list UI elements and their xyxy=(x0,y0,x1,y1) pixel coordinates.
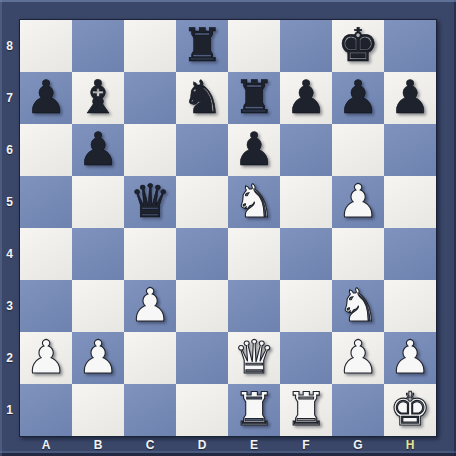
chess-board: ♜♚♟♝♞♜♟♟♟♟♟♛♞♟♟♞♟♟♛♟♟♜♜♚ xyxy=(19,19,437,437)
square-f4[interactable] xyxy=(280,228,332,280)
piece-white-pawn[interactable]: ♟ xyxy=(20,332,72,384)
square-g3[interactable]: ♞ xyxy=(332,280,384,332)
rank-label-7: 7 xyxy=(0,72,19,124)
square-e4[interactable] xyxy=(228,228,280,280)
square-d8[interactable]: ♜ xyxy=(176,20,228,72)
square-d4[interactable] xyxy=(176,228,228,280)
square-h3[interactable] xyxy=(384,280,436,332)
square-e6[interactable]: ♟ xyxy=(228,124,280,176)
square-d2[interactable] xyxy=(176,332,228,384)
square-d3[interactable] xyxy=(176,280,228,332)
square-a7[interactable]: ♟ xyxy=(20,72,72,124)
file-label-a: A xyxy=(20,437,72,456)
square-a8[interactable] xyxy=(20,20,72,72)
square-c8[interactable] xyxy=(124,20,176,72)
square-h6[interactable] xyxy=(384,124,436,176)
rank-label-4: 4 xyxy=(0,228,19,280)
square-h1[interactable]: ♚ xyxy=(384,384,436,436)
square-b2[interactable]: ♟ xyxy=(72,332,124,384)
square-f7[interactable]: ♟ xyxy=(280,72,332,124)
square-c3[interactable]: ♟ xyxy=(124,280,176,332)
square-h5[interactable] xyxy=(384,176,436,228)
square-f8[interactable] xyxy=(280,20,332,72)
piece-white-pawn[interactable]: ♟ xyxy=(332,176,384,228)
square-c1[interactable] xyxy=(124,384,176,436)
file-label-d: D xyxy=(176,437,228,456)
square-a6[interactable] xyxy=(20,124,72,176)
piece-black-queen[interactable]: ♛ xyxy=(124,176,176,228)
file-label-f: F xyxy=(280,437,332,456)
square-c6[interactable] xyxy=(124,124,176,176)
square-e1[interactable]: ♜ xyxy=(228,384,280,436)
square-h7[interactable]: ♟ xyxy=(384,72,436,124)
piece-white-pawn[interactable]: ♟ xyxy=(384,332,436,384)
file-label-g: G xyxy=(332,437,384,456)
square-f6[interactable] xyxy=(280,124,332,176)
piece-black-knight[interactable]: ♞ xyxy=(176,72,228,124)
rank-label-2: 2 xyxy=(0,332,19,384)
piece-black-rook[interactable]: ♜ xyxy=(228,72,280,124)
file-label-c: C xyxy=(124,437,176,456)
rank-label-5: 5 xyxy=(0,176,19,228)
square-c5[interactable]: ♛ xyxy=(124,176,176,228)
square-h4[interactable] xyxy=(384,228,436,280)
square-a4[interactable] xyxy=(20,228,72,280)
chess-board-frame: ♜♚♟♝♞♜♟♟♟♟♟♛♞♟♟♞♟♟♛♟♟♜♜♚ 87654321ABCDEFG… xyxy=(0,0,456,456)
square-a3[interactable] xyxy=(20,280,72,332)
square-g2[interactable]: ♟ xyxy=(332,332,384,384)
square-b5[interactable] xyxy=(72,176,124,228)
square-e8[interactable] xyxy=(228,20,280,72)
piece-white-pawn[interactable]: ♟ xyxy=(332,332,384,384)
square-d5[interactable] xyxy=(176,176,228,228)
piece-black-pawn[interactable]: ♟ xyxy=(384,72,436,124)
square-f5[interactable] xyxy=(280,176,332,228)
rank-label-6: 6 xyxy=(0,124,19,176)
square-h8[interactable] xyxy=(384,20,436,72)
piece-white-rook[interactable]: ♜ xyxy=(280,384,332,436)
square-e5[interactable]: ♞ xyxy=(228,176,280,228)
piece-white-pawn[interactable]: ♟ xyxy=(72,332,124,384)
piece-white-pawn[interactable]: ♟ xyxy=(124,280,176,332)
square-g4[interactable] xyxy=(332,228,384,280)
square-c7[interactable] xyxy=(124,72,176,124)
square-g8[interactable]: ♚ xyxy=(332,20,384,72)
square-f3[interactable] xyxy=(280,280,332,332)
square-d7[interactable]: ♞ xyxy=(176,72,228,124)
square-e3[interactable] xyxy=(228,280,280,332)
piece-black-pawn[interactable]: ♟ xyxy=(20,72,72,124)
piece-black-pawn[interactable]: ♟ xyxy=(72,124,124,176)
rank-label-8: 8 xyxy=(0,20,19,72)
piece-black-pawn[interactable]: ♟ xyxy=(280,72,332,124)
file-label-h: H xyxy=(384,437,436,456)
square-f2[interactable] xyxy=(280,332,332,384)
square-g1[interactable] xyxy=(332,384,384,436)
piece-black-bishop[interactable]: ♝ xyxy=(72,72,124,124)
piece-black-rook[interactable]: ♜ xyxy=(176,20,228,72)
square-a1[interactable] xyxy=(20,384,72,436)
piece-white-knight[interactable]: ♞ xyxy=(228,176,280,228)
square-b8[interactable] xyxy=(72,20,124,72)
square-c4[interactable] xyxy=(124,228,176,280)
piece-white-queen[interactable]: ♛ xyxy=(228,332,280,384)
square-f1[interactable]: ♜ xyxy=(280,384,332,436)
square-d1[interactable] xyxy=(176,384,228,436)
square-g6[interactable] xyxy=(332,124,384,176)
square-c2[interactable] xyxy=(124,332,176,384)
square-g7[interactable]: ♟ xyxy=(332,72,384,124)
rank-label-3: 3 xyxy=(0,280,19,332)
square-b4[interactable] xyxy=(72,228,124,280)
square-h2[interactable]: ♟ xyxy=(384,332,436,384)
square-e2[interactable]: ♛ xyxy=(228,332,280,384)
piece-black-pawn[interactable]: ♟ xyxy=(228,124,280,176)
square-a2[interactable]: ♟ xyxy=(20,332,72,384)
piece-white-rook[interactable]: ♜ xyxy=(228,384,280,436)
square-b7[interactable]: ♝ xyxy=(72,72,124,124)
square-b3[interactable] xyxy=(72,280,124,332)
square-e7[interactable]: ♜ xyxy=(228,72,280,124)
piece-black-king[interactable]: ♚ xyxy=(332,20,384,72)
square-b1[interactable] xyxy=(72,384,124,436)
square-b6[interactable]: ♟ xyxy=(72,124,124,176)
piece-black-pawn[interactable]: ♟ xyxy=(332,72,384,124)
rank-label-1: 1 xyxy=(0,384,19,436)
file-label-e: E xyxy=(228,437,280,456)
piece-white-king[interactable]: ♚ xyxy=(384,384,436,436)
file-label-b: B xyxy=(72,437,124,456)
square-a5[interactable] xyxy=(20,176,72,228)
square-g5[interactable]: ♟ xyxy=(332,176,384,228)
square-d6[interactable] xyxy=(176,124,228,176)
piece-white-knight[interactable]: ♞ xyxy=(332,280,384,332)
